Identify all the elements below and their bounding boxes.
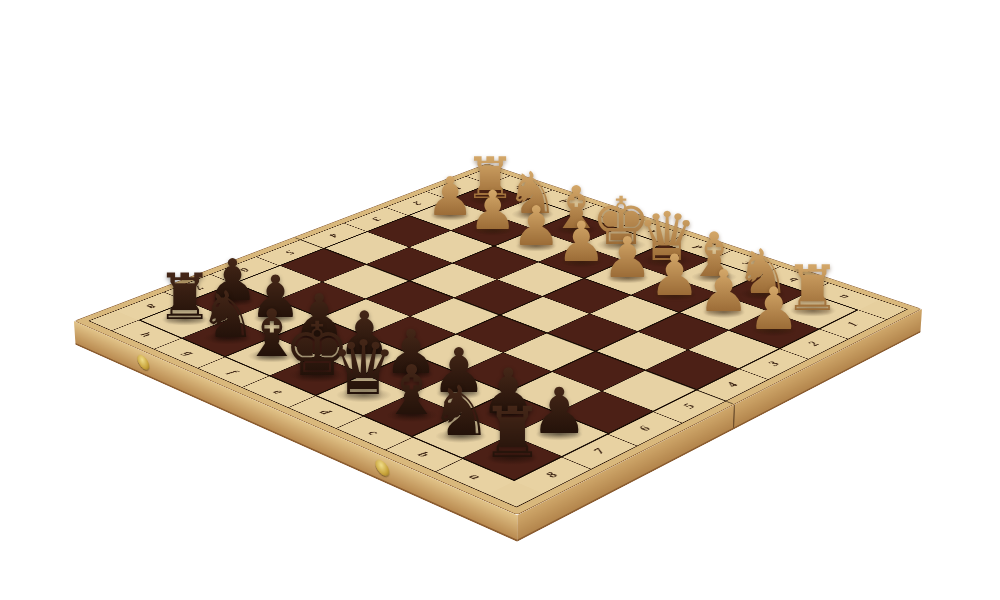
file-label-near-a-text: a: [466, 472, 485, 481]
fold-seam-side: [733, 404, 735, 428]
rank-label-right-4-text: 4: [723, 381, 742, 389]
square-c6: [459, 353, 551, 392]
rank-label-left-3-text: 3: [368, 216, 384, 222]
square-c8: [364, 394, 459, 436]
rank-label-right-3-text: 3: [765, 360, 784, 368]
square-e8: [271, 356, 363, 395]
board-label-frame: hh11gg22ff33ee44dd55cc66bb77aa88: [88, 168, 908, 507]
file-label-near-c-text: c: [365, 429, 383, 437]
rank-label-left-5-text: 5: [282, 249, 298, 255]
rank-label-left-6-text: 6: [237, 267, 253, 273]
file-label-near-h-text: h: [137, 331, 156, 339]
rank-label-left-4-text: 4: [326, 233, 342, 239]
square-d6: [412, 335, 502, 373]
square-b5: [553, 352, 644, 391]
file-label-near-e-text: e: [270, 388, 288, 396]
file-label-far-f-text: f: [600, 213, 614, 218]
square-a4: [646, 350, 737, 389]
rank-label-right-5-text: 5: [680, 402, 699, 410]
rank-label-right-2-text: 2: [805, 340, 824, 347]
brass-clasp-icon: [137, 352, 150, 372]
playing-field: [138, 184, 859, 481]
file-label-far-h-text: h: [512, 184, 528, 190]
file-label-near-b-text: b: [414, 450, 433, 459]
square-a7: [511, 413, 607, 456]
frame-corner: [488, 481, 543, 507]
file-label-far-b-text: b: [786, 276, 802, 283]
square-a8: [463, 435, 561, 479]
file-label-near-d-text: d: [316, 408, 335, 416]
rank-label-left-7-text: 7: [190, 284, 207, 291]
square-e6: [366, 317, 455, 354]
rank-label-right-1-text: 1: [844, 321, 862, 328]
rank-label-right-8-text: 8: [542, 471, 562, 480]
square-d8: [317, 375, 410, 415]
square-a2: [730, 312, 818, 348]
file-label-near-f-text: f: [225, 369, 242, 376]
brass-clasp-icon: [375, 457, 390, 479]
file-label-far-e-text: e: [644, 228, 659, 234]
square-b4: [597, 332, 687, 370]
file-label-near-g-text: g: [180, 349, 198, 357]
square-b3: [639, 313, 727, 350]
file-label-far-g-text: g: [555, 198, 570, 204]
rank-label-left-8-text: 8: [143, 303, 160, 310]
chess-board: hh11gg22ff33ee44dd55cc66bb77aa88: [74, 163, 922, 515]
chess-set-photo: hh11gg22ff33ee44dd55cc66bb77aa88 ♜♞♟♝♟♚♟…: [0, 0, 1000, 600]
square-a5: [603, 371, 696, 411]
file-label-far-d-text: d: [690, 244, 706, 250]
square-c4: [548, 314, 637, 351]
rank-label-right-7-text: 7: [590, 447, 610, 456]
square-f8: [226, 337, 317, 375]
square-e7: [319, 336, 409, 374]
square-c5: [504, 333, 594, 371]
square-a6: [558, 392, 652, 433]
square-f7: [275, 318, 364, 355]
square-d7: [365, 354, 457, 393]
square-d5: [457, 315, 546, 352]
square-b8: [413, 415, 509, 458]
square-a3: [689, 331, 779, 369]
square-c7: [412, 373, 505, 413]
square-b6: [508, 372, 601, 412]
file-label-far-c-text: c: [738, 260, 753, 266]
rank-label-left-2-text: 2: [410, 200, 426, 206]
board-frame: hh11gg22ff33ee44dd55cc66bb77aa88: [74, 163, 922, 515]
rank-label-right-6-text: 6: [636, 424, 655, 432]
file-label-far-a-text: a: [836, 293, 852, 300]
square-g8: [183, 319, 272, 356]
rank-label-left-1-text: 1: [450, 185, 466, 191]
square-b7: [461, 393, 555, 434]
